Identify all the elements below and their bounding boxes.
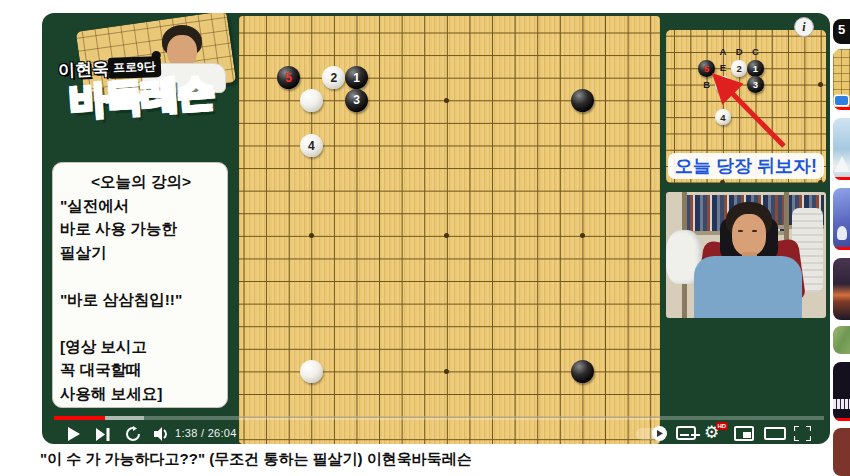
- watched-progress-bar: [833, 177, 850, 180]
- point-label-A: A: [719, 46, 726, 57]
- video-thumbnail-sunset[interactable]: [833, 258, 850, 320]
- lesson-line: [60, 264, 222, 288]
- lesson-line: <오늘의 강의>: [60, 170, 222, 194]
- presenter-eye: [752, 230, 757, 232]
- play-button[interactable]: [62, 424, 84, 444]
- thumbnail-label: 5: [833, 22, 850, 37]
- stone-black: [571, 89, 594, 112]
- inset-caption: 오늘 당장 뒤보자!: [668, 153, 824, 179]
- point-label-B: B: [703, 79, 710, 90]
- progress-played: [54, 416, 105, 420]
- webcam-feed: [666, 192, 826, 318]
- stone-white: [300, 89, 323, 112]
- speaker-icon: [154, 427, 170, 441]
- info-icon[interactable]: i: [794, 17, 814, 37]
- watched-progress-bar: [833, 247, 850, 250]
- go-board-grid: [239, 16, 660, 444]
- settings-button[interactable]: ⚙ HD: [704, 422, 719, 443]
- lesson-line: 바로 사용 가능한: [60, 217, 222, 241]
- lesson-line: 필살기: [60, 241, 222, 265]
- lesson-line: [60, 311, 222, 335]
- player-controls: 1:38 / 26:04 ⚙ HD: [42, 424, 830, 444]
- watched-progress-bar: [833, 107, 850, 110]
- autoplay-toggle-knob: [652, 426, 667, 441]
- miniplayer-button[interactable]: [734, 426, 754, 441]
- time-display: 1:38 / 26:04: [175, 427, 237, 439]
- point-label-E: E: [720, 62, 726, 73]
- presenter-eye: [738, 230, 743, 232]
- star-point: [818, 180, 823, 183]
- fullscreen-icon: [794, 426, 811, 441]
- point-label-D: D: [736, 46, 743, 57]
- stone-black-move-1: 1: [747, 60, 764, 77]
- video-thumbnail-dark[interactable]: 5: [833, 19, 850, 44]
- video-thumbnail-green[interactable]: [833, 326, 850, 354]
- youtube-page: 이현욱 프로9단 바둑레슨 <오늘의 강의>"실전에서바로 사용 가능한필살기 …: [0, 0, 850, 476]
- video-thumbnail-anime[interactable]: [833, 188, 850, 250]
- go-board-inset: 오늘 당장 뒤보자! 12345ADCEB: [666, 30, 826, 183]
- presenter-face: [732, 214, 766, 256]
- stone-white: [300, 360, 323, 383]
- stone-black-move-5: 5: [698, 60, 715, 77]
- point-label-C: C: [752, 46, 759, 57]
- autoplay-replay-button[interactable]: [122, 424, 144, 444]
- stone-white: [715, 76, 732, 93]
- stone-white-move-2: 2: [731, 60, 748, 77]
- toggle-play-icon: [656, 430, 663, 437]
- video-thumbnail-board[interactable]: [833, 49, 850, 110]
- play-icon: [67, 427, 80, 441]
- video-thumbnail-sky[interactable]: [833, 118, 850, 180]
- stone-white-move-4: 4: [300, 134, 323, 157]
- volume-button[interactable]: [151, 424, 173, 444]
- video-thumbnail-piano[interactable]: [833, 362, 850, 421]
- stone-black: [571, 360, 594, 383]
- circular-arrow-icon: [125, 426, 141, 442]
- presenter-shirt: [694, 256, 802, 318]
- fullscreen-button[interactable]: [794, 426, 811, 441]
- lesson-line: "실전에서: [60, 194, 222, 218]
- hd-quality-badge: HD: [716, 422, 728, 430]
- go-board-main[interactable]: 12345: [239, 16, 660, 444]
- lesson-line: [영상 보시고: [60, 335, 222, 359]
- stone-black-move-3: 3: [345, 89, 368, 112]
- autoplay-toggle[interactable]: [636, 428, 666, 440]
- video-title[interactable]: "이 수 가 가능하다고??" (무조건 통하는 필살기) 이현욱바둑레슨: [40, 450, 472, 469]
- video-thumbnail-maroon[interactable]: [833, 428, 850, 476]
- video-player[interactable]: 이현욱 프로9단 바둑레슨 <오늘의 강의>"실전에서바로 사용 가능한필살기 …: [42, 13, 830, 444]
- watched-progress-bar: [833, 418, 850, 421]
- lesson-line: 꼭 대국할때: [60, 358, 222, 382]
- lesson-text-box: <오늘의 강의>"실전에서바로 사용 가능한필살기 "바로 삼삼침입!!" [영…: [52, 162, 228, 408]
- lesson-line: "바로 삼삼침입!!": [60, 288, 222, 312]
- subtitles-button[interactable]: [676, 426, 696, 440]
- progress-bar[interactable]: [54, 416, 824, 420]
- lesson-line: 사용해 보세요]: [60, 382, 222, 406]
- next-icon: [96, 428, 110, 441]
- stone-black-move-3: 3: [747, 76, 764, 93]
- next-button[interactable]: [92, 424, 114, 444]
- theater-mode-button[interactable]: [764, 427, 786, 440]
- star-point: [720, 180, 725, 183]
